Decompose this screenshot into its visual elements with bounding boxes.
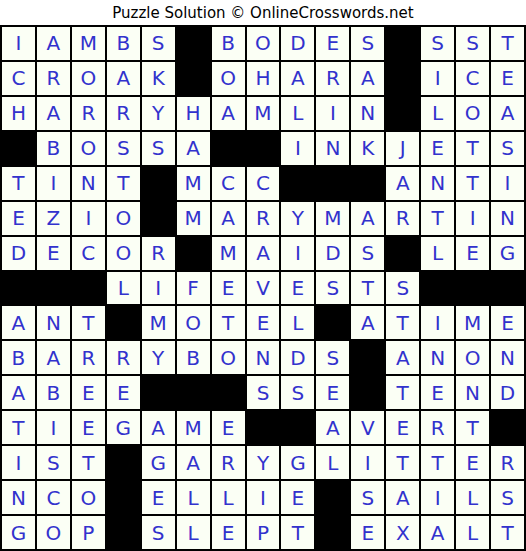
letter-cell-r3c6: H (177, 97, 210, 130)
letter-cell-r3c7: A (212, 97, 245, 130)
letter-cell-r5c8: C (247, 167, 280, 200)
black-cell-r11c5 (142, 376, 175, 409)
letter-cell-r8c5: I (142, 272, 175, 305)
letter-cell-r9c6: O (177, 306, 210, 339)
letter-cell-r9c9: L (281, 306, 314, 339)
letter-cell-r4c15: S (491, 132, 524, 165)
letter-cell-r6c2: Z (37, 202, 70, 235)
letter-cell-r5c13: N (421, 167, 454, 200)
black-cell-r2c12 (386, 62, 419, 95)
letter-cell-r4c4: S (107, 132, 140, 165)
letter-cell-r11c12: T (386, 376, 419, 409)
letter-cell-r8c6: F (177, 272, 210, 305)
letter-cell-r4c3: O (72, 132, 105, 165)
letter-cell-r10c8: N (247, 341, 280, 374)
letter-cell-r2c5: K (142, 62, 175, 95)
black-cell-r8c1 (2, 272, 35, 305)
letter-cell-r12c14: T (456, 411, 489, 444)
letter-cell-r2c2: R (37, 62, 70, 95)
black-cell-r11c7 (212, 376, 245, 409)
letter-cell-r3c8: M (247, 97, 280, 130)
puzzle-solution-page: Puzzle Solution © OnlineCrosswords.net I… (0, 0, 526, 551)
black-cell-r8c3 (72, 272, 105, 305)
letter-cell-r11c8: S (247, 376, 280, 409)
letter-cell-r3c9: L (281, 97, 314, 130)
letter-cell-r11c3: E (72, 376, 105, 409)
letter-cell-r11c13: E (421, 376, 454, 409)
letter-cell-r11c4: E (107, 376, 140, 409)
letter-cell-r10c6: B (177, 341, 210, 374)
letter-cell-r7c8: A (247, 237, 280, 270)
letter-cell-r1c9: D (281, 27, 314, 60)
black-cell-r8c15 (491, 272, 524, 305)
letter-cell-r14c12: A (386, 481, 419, 514)
letter-cell-r6c3: I (72, 202, 105, 235)
letter-cell-r9c2: N (37, 306, 70, 339)
letter-cell-r10c1: B (2, 341, 35, 374)
letter-cell-r9c3: T (72, 306, 105, 339)
letter-cell-r15c12: X (386, 516, 419, 549)
letter-cell-r10c2: A (37, 341, 70, 374)
black-cell-r8c14 (456, 272, 489, 305)
letter-cell-r15c7: E (212, 516, 245, 549)
letter-cell-r14c5: E (142, 481, 175, 514)
letter-cell-r13c5: G (142, 446, 175, 479)
letter-cell-r3c11: N (351, 97, 384, 130)
black-cell-r7c6 (177, 237, 210, 270)
letter-cell-r15c14: L (456, 516, 489, 549)
letter-cell-r2c14: C (456, 62, 489, 95)
page-title: Puzzle Solution © OnlineCrosswords.net (0, 0, 526, 25)
letter-cell-r9c7: T (212, 306, 245, 339)
black-cell-r9c10 (316, 306, 349, 339)
letter-cell-r10c13: N (421, 341, 454, 374)
letter-cell-r9c1: A (2, 306, 35, 339)
letter-cell-r2c10: R (316, 62, 349, 95)
letter-cell-r8c9: E (281, 272, 314, 305)
black-cell-r15c10 (316, 516, 349, 549)
letter-cell-r13c6: A (177, 446, 210, 479)
letter-cell-r4c5: S (142, 132, 175, 165)
letter-cell-r3c15: A (491, 97, 524, 130)
letter-cell-r7c14: E (456, 237, 489, 270)
letter-cell-r13c14: E (456, 446, 489, 479)
letter-cell-r6c7: A (212, 202, 245, 235)
letter-cell-r2c3: O (72, 62, 105, 95)
letter-cell-r14c2: C (37, 481, 70, 514)
letter-cell-r9c5: M (142, 306, 175, 339)
letter-cell-r4c10: N (316, 132, 349, 165)
black-cell-r15c4 (107, 516, 140, 549)
letter-cell-r1c10: E (316, 27, 349, 60)
letter-cell-r15c2: O (37, 516, 70, 549)
letter-cell-r1c15: T (491, 27, 524, 60)
letter-cell-r2c11: A (351, 62, 384, 95)
letter-cell-r2c13: I (421, 62, 454, 95)
letter-cell-r12c11: V (351, 411, 384, 444)
letter-cell-r13c12: T (386, 446, 419, 479)
letter-cell-r1c14: S (456, 27, 489, 60)
letter-cell-r12c3: E (72, 411, 105, 444)
letter-cell-r5c2: I (37, 167, 70, 200)
black-cell-r8c2 (37, 272, 70, 305)
letter-cell-r2c7: O (212, 62, 245, 95)
letter-cell-r10c5: Y (142, 341, 175, 374)
letter-cell-r12c1: T (2, 411, 35, 444)
black-cell-r2c6 (177, 62, 210, 95)
letter-cell-r3c2: A (37, 97, 70, 130)
black-cell-r1c12 (386, 27, 419, 60)
letter-cell-r15c6: L (177, 516, 210, 549)
letter-cell-r6c11: A (351, 202, 384, 235)
letter-cell-r13c15: R (491, 446, 524, 479)
letter-cell-r3c14: O (456, 97, 489, 130)
letter-cell-r4c12: J (386, 132, 419, 165)
letter-cell-r7c15: G (491, 237, 524, 270)
black-cell-r4c7 (212, 132, 245, 165)
letter-cell-r7c10: D (316, 237, 349, 270)
letter-cell-r3c10: I (316, 97, 349, 130)
letter-cell-r9c14: M (456, 306, 489, 339)
letter-cell-r13c9: G (281, 446, 314, 479)
letter-cell-r12c12: E (386, 411, 419, 444)
letter-cell-r15c5: S (142, 516, 175, 549)
letter-cell-r14c6: L (177, 481, 210, 514)
letter-cell-r12c10: A (316, 411, 349, 444)
letter-cell-r14c13: I (421, 481, 454, 514)
black-cell-r3c12 (386, 97, 419, 130)
letter-cell-r13c13: T (421, 446, 454, 479)
letter-cell-r14c11: S (351, 481, 384, 514)
letter-cell-r3c4: R (107, 97, 140, 130)
letter-cell-r15c9: T (281, 516, 314, 549)
letter-cell-r9c11: A (351, 306, 384, 339)
black-cell-r8c13 (421, 272, 454, 305)
letter-cell-r15c8: P (247, 516, 280, 549)
letter-cell-r6c15: N (491, 202, 524, 235)
letter-cell-r4c11: K (351, 132, 384, 165)
letter-cell-r1c1: I (2, 27, 35, 60)
letter-cell-r15c13: A (421, 516, 454, 549)
letter-cell-r3c13: L (421, 97, 454, 130)
letter-cell-r8c12: S (386, 272, 419, 305)
letter-cell-r14c15: S (491, 481, 524, 514)
letter-cell-r13c10: L (316, 446, 349, 479)
letter-cell-r4c9: I (281, 132, 314, 165)
black-cell-r14c10 (316, 481, 349, 514)
letter-cell-r15c3: P (72, 516, 105, 549)
letter-cell-r7c9: I (281, 237, 314, 270)
letter-cell-r11c10: E (316, 376, 349, 409)
black-cell-r7c12 (386, 237, 419, 270)
letter-cell-r6c6: M (177, 202, 210, 235)
black-cell-r12c15 (491, 411, 524, 444)
letter-cell-r5c6: M (177, 167, 210, 200)
letter-cell-r12c7: E (212, 411, 245, 444)
letter-cell-r2c9: A (281, 62, 314, 95)
letter-cell-r8c10: S (316, 272, 349, 305)
letter-cell-r6c9: Y (281, 202, 314, 235)
letter-cell-r11c9: S (281, 376, 314, 409)
letter-cell-r4c14: T (456, 132, 489, 165)
letter-cell-r15c1: G (2, 516, 35, 549)
letter-cell-r2c4: A (107, 62, 140, 95)
black-cell-r1c6 (177, 27, 210, 60)
letter-cell-r13c7: R (212, 446, 245, 479)
letter-cell-r7c5: R (142, 237, 175, 270)
black-cell-r9c4 (107, 306, 140, 339)
letter-cell-r9c12: T (386, 306, 419, 339)
letter-cell-r9c13: I (421, 306, 454, 339)
letter-cell-r6c13: T (421, 202, 454, 235)
letter-cell-r10c12: A (386, 341, 419, 374)
letter-cell-r14c8: I (247, 481, 280, 514)
letter-cell-r7c3: C (72, 237, 105, 270)
letter-cell-r7c13: L (421, 237, 454, 270)
black-cell-r5c10 (316, 167, 349, 200)
letter-cell-r12c6: M (177, 411, 210, 444)
letter-cell-r9c15: E (491, 306, 524, 339)
letter-cell-r6c12: R (386, 202, 419, 235)
black-cell-r5c5 (142, 167, 175, 200)
letter-cell-r10c4: R (107, 341, 140, 374)
letter-cell-r10c10: S (316, 341, 349, 374)
letter-cell-r8c8: V (247, 272, 280, 305)
letter-cell-r13c1: I (2, 446, 35, 479)
black-cell-r4c8 (247, 132, 280, 165)
letter-cell-r12c13: R (421, 411, 454, 444)
letter-cell-r7c2: E (37, 237, 70, 270)
letter-cell-r13c11: I (351, 446, 384, 479)
letter-cell-r6c4: O (107, 202, 140, 235)
letter-cell-r8c11: T (351, 272, 384, 305)
letter-cell-r4c13: E (421, 132, 454, 165)
black-cell-r5c9 (281, 167, 314, 200)
letter-cell-r13c8: Y (247, 446, 280, 479)
black-cell-r4c1 (2, 132, 35, 165)
black-cell-r6c5 (142, 202, 175, 235)
letter-cell-r7c11: S (351, 237, 384, 270)
letter-cell-r12c2: I (37, 411, 70, 444)
letter-cell-r8c7: E (212, 272, 245, 305)
letter-cell-r11c2: B (37, 376, 70, 409)
letter-cell-r1c4: B (107, 27, 140, 60)
letter-cell-r3c5: Y (142, 97, 175, 130)
letter-cell-r1c13: S (421, 27, 454, 60)
letter-cell-r2c15: E (491, 62, 524, 95)
letter-cell-r1c5: S (142, 27, 175, 60)
letter-cell-r7c4: O (107, 237, 140, 270)
letter-cell-r1c11: S (351, 27, 384, 60)
black-cell-r11c11 (351, 376, 384, 409)
black-cell-r5c11 (351, 167, 384, 200)
letter-cell-r5c7: C (212, 167, 245, 200)
letter-cell-r15c15: T (491, 516, 524, 549)
letter-cell-r11c15: D (491, 376, 524, 409)
letter-cell-r15c11: E (351, 516, 384, 549)
letter-cell-r1c7: B (212, 27, 245, 60)
letter-cell-r3c3: R (72, 97, 105, 130)
letter-cell-r11c1: A (2, 376, 35, 409)
letter-cell-r10c9: D (281, 341, 314, 374)
black-cell-r12c8 (247, 411, 280, 444)
letter-cell-r5c1: T (2, 167, 35, 200)
letter-cell-r6c1: E (2, 202, 35, 235)
black-cell-r14c4 (107, 481, 140, 514)
letter-cell-r1c2: A (37, 27, 70, 60)
letter-cell-r1c8: O (247, 27, 280, 60)
letter-cell-r10c7: O (212, 341, 245, 374)
letter-cell-r1c3: M (72, 27, 105, 60)
letter-cell-r3c1: H (2, 97, 35, 130)
letter-cell-r2c8: H (247, 62, 280, 95)
letter-cell-r14c3: O (72, 481, 105, 514)
letter-cell-r10c3: R (72, 341, 105, 374)
letter-cell-r9c8: E (247, 306, 280, 339)
letter-cell-r5c15: I (491, 167, 524, 200)
letter-cell-r14c7: L (212, 481, 245, 514)
black-cell-r10c11 (351, 341, 384, 374)
letter-cell-r5c3: N (72, 167, 105, 200)
letter-cell-r12c5: A (142, 411, 175, 444)
letter-cell-r4c6: A (177, 132, 210, 165)
letter-cell-r10c15: N (491, 341, 524, 374)
letter-cell-r4c2: B (37, 132, 70, 165)
letter-cell-r5c12: A (386, 167, 419, 200)
black-cell-r13c4 (107, 446, 140, 479)
letter-cell-r5c4: T (107, 167, 140, 200)
black-cell-r12c9 (281, 411, 314, 444)
letter-cell-r14c9: E (281, 481, 314, 514)
letter-cell-r8c4: L (107, 272, 140, 305)
crossword-grid: IAMBSBODESSSTCROAKOHARAICEHARRYHAMLINLOA… (0, 25, 526, 551)
letter-cell-r14c1: N (2, 481, 35, 514)
letter-cell-r13c3: T (72, 446, 105, 479)
letter-cell-r7c7: M (212, 237, 245, 270)
letter-cell-r6c8: R (247, 202, 280, 235)
letter-cell-r10c14: O (456, 341, 489, 374)
letter-cell-r14c14: L (456, 481, 489, 514)
letter-cell-r7c1: D (2, 237, 35, 270)
letter-cell-r11c14: N (456, 376, 489, 409)
letter-cell-r5c14: T (456, 167, 489, 200)
letter-cell-r12c4: G (107, 411, 140, 444)
letter-cell-r6c10: M (316, 202, 349, 235)
letter-cell-r13c2: S (37, 446, 70, 479)
letter-cell-r2c1: C (2, 62, 35, 95)
black-cell-r11c6 (177, 376, 210, 409)
letter-cell-r6c14: I (456, 202, 489, 235)
